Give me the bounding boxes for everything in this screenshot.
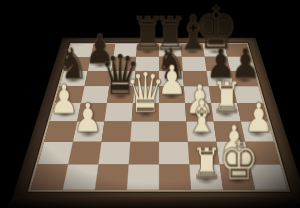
square-d3[interactable] xyxy=(130,121,159,141)
square-d4[interactable]: ♛ xyxy=(132,103,159,121)
square-b1[interactable] xyxy=(63,164,99,189)
square-b3[interactable]: ♟ xyxy=(73,121,105,141)
square-g1[interactable]: ♚ xyxy=(220,164,256,189)
board-front-edge xyxy=(6,197,298,208)
chess-board: ♜♜♝♚♟♞♞♟♟♛♟♟♛♟♜♟♝♟♟♜♚ xyxy=(31,44,288,190)
board-frame: ♜♜♝♚♟♞♞♟♟♛♟♟♛♟♜♟♝♟♟♜♚ xyxy=(10,38,300,204)
piece-white-queen-d4[interactable]: ♛ xyxy=(125,65,166,121)
piece-white-king-g1[interactable]: ♚ xyxy=(218,132,259,187)
square-d1[interactable] xyxy=(127,164,159,189)
square-e2[interactable] xyxy=(159,142,189,165)
square-c1[interactable] xyxy=(95,164,129,189)
square-b2[interactable] xyxy=(68,142,101,165)
square-d2[interactable] xyxy=(129,142,159,165)
perspective-wrapper: ♜♜♝♚♟♞♞♟♟♛♟♟♛♟♜♟♝♟♟♜♚ xyxy=(9,0,300,208)
square-c3[interactable] xyxy=(102,121,132,141)
square-a2[interactable] xyxy=(38,142,73,165)
square-e1[interactable] xyxy=(159,164,191,189)
square-e3[interactable] xyxy=(159,121,188,141)
square-c2[interactable] xyxy=(98,142,130,165)
piece-white-pawn-b3[interactable]: ♟ xyxy=(73,98,103,139)
chessboard-scene: ♜♜♝♚♟♞♞♟♟♛♟♟♛♟♜♟♝♟♟♜♚ xyxy=(0,0,300,208)
piece-white-bishop-f3[interactable]: ♝ xyxy=(185,94,218,139)
